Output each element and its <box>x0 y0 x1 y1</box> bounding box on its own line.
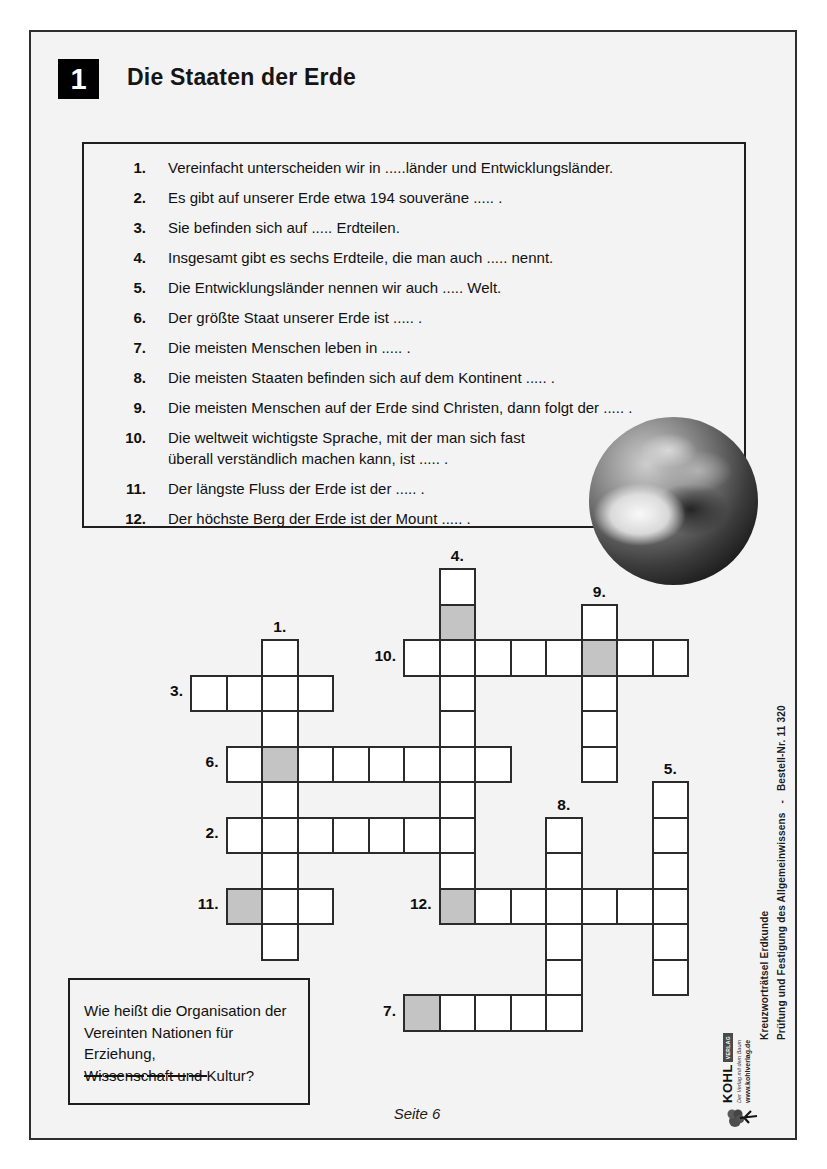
crossword-cell[interactable] <box>261 888 299 926</box>
crossword-cell-shaded[interactable] <box>261 746 299 784</box>
crossword-cell[interactable] <box>652 959 690 997</box>
answer-blank-line[interactable] <box>147 1075 165 1077</box>
crossword-cell[interactable] <box>261 710 299 748</box>
crossword-cell[interactable] <box>439 568 477 606</box>
crossword-cell[interactable] <box>403 639 441 677</box>
crossword-cell[interactable] <box>510 639 548 677</box>
crossword-cell[interactable] <box>190 675 228 713</box>
crossword-cell[interactable] <box>261 639 299 677</box>
bonus-question-box: Wie heißt die Organisation der Vereinten… <box>68 978 310 1105</box>
page-number: Seite 6 <box>353 1105 481 1122</box>
crossword-cell[interactable] <box>261 923 299 961</box>
earth-globe-image <box>589 417 758 585</box>
crossword-cell[interactable] <box>616 888 654 926</box>
crossword-cell[interactable] <box>261 781 299 819</box>
crossword-cell[interactable] <box>510 994 548 1032</box>
bonus-question-text: Wie heißt die Organisation der Vereinten… <box>84 1000 296 1086</box>
clue-item: 5.Die Entwicklungsländer nennen wir auch… <box>102 277 734 298</box>
chapter-number-badge: 1 <box>58 59 99 99</box>
crossword-clue-label: 1. <box>273 618 286 636</box>
crossword-cell[interactable] <box>297 675 335 713</box>
clue-item: 4.Insgesamt gibt es sechs Erdteile, die … <box>102 247 734 268</box>
clue-text: Der höchste Berg der Erde ist der Mount … <box>168 508 658 529</box>
crossword-cell[interactable] <box>581 888 619 926</box>
crossword-clue-label: 3. <box>170 682 183 700</box>
crossword-clue-label: 7. <box>383 1002 396 1020</box>
crossword-cell[interactable] <box>439 852 477 890</box>
crossword-cell[interactable] <box>261 817 299 855</box>
crossword-clue-label: 12. <box>410 895 432 913</box>
clue-item: 3.Sie befinden sich auf ..... Erdteilen. <box>102 217 734 238</box>
crossword-cell[interactable] <box>652 639 690 677</box>
crossword-cell-shaded[interactable] <box>226 888 264 926</box>
crossword-clue-label: 4. <box>451 547 464 565</box>
crossword-cell[interactable] <box>226 746 264 784</box>
crossword-cell[interactable] <box>616 639 654 677</box>
clue-text: Vereinfacht unterscheiden wir in .....lä… <box>168 157 658 178</box>
crossword-cell[interactable] <box>439 639 477 677</box>
answer-blanks <box>84 1075 210 1077</box>
crossword-cell[interactable] <box>545 994 583 1032</box>
clue-number: 6. <box>102 307 146 328</box>
crossword-cell[interactable] <box>297 746 335 784</box>
crossword-cell[interactable] <box>403 746 441 784</box>
logo-tagline: Der Verlag mit dem Baum <box>736 1033 742 1103</box>
crossword-cell[interactable] <box>652 781 690 819</box>
crossword-cell[interactable] <box>439 675 477 713</box>
crossword-cell[interactable] <box>581 604 619 642</box>
crossword-cell[interactable] <box>474 639 512 677</box>
crossword-cell[interactable] <box>545 888 583 926</box>
clue-text: Die meisten Staaten befinden sich auf de… <box>168 367 658 388</box>
crossword-cell[interactable] <box>297 888 335 926</box>
clue-text: Insgesamt gibt es sechs Erdteile, die ma… <box>168 247 658 268</box>
answer-blank-line[interactable] <box>126 1075 144 1077</box>
clue-item: 9.Die meisten Menschen auf der Erde sind… <box>102 397 734 418</box>
side-imprint-order: Prüfung und Festigung des Allgemeinwisse… <box>773 690 790 1040</box>
clue-text: Der größte Staat unserer Erde ist ..... … <box>168 307 658 328</box>
clue-text: Die weltweit wichtigste Sprache, mit der… <box>168 427 658 469</box>
clue-text: Die Entwicklungsländer nennen wir auch .… <box>168 277 658 298</box>
clue-item: 8.Die meisten Staaten befinden sich auf … <box>102 367 734 388</box>
clue-item: 2.Es gibt auf unserer Erde etwa 194 souv… <box>102 187 734 208</box>
crossword-clue-label: 6. <box>206 753 219 771</box>
clue-number: 3. <box>102 217 146 238</box>
crossword-cell[interactable] <box>581 746 619 784</box>
clue-number: 1. <box>102 157 146 178</box>
clue-item: 1.Vereinfacht unterscheiden wir in .....… <box>102 157 734 178</box>
logo-badge: VERLAG <box>723 1033 733 1062</box>
crossword-cell[interactable] <box>474 994 512 1032</box>
answer-blank-line[interactable] <box>105 1075 123 1077</box>
clue-number: 12. <box>102 508 146 529</box>
clue-text: Es gibt auf unserer Erde etwa 194 souver… <box>168 187 658 208</box>
crossword-cell[interactable] <box>439 746 477 784</box>
clue-number: 2. <box>102 187 146 208</box>
clue-item: 7.Die meisten Menschen leben in ..... . <box>102 337 734 358</box>
crossword-cell[interactable] <box>297 817 335 855</box>
answer-blank-line[interactable] <box>189 1075 207 1077</box>
tree-icon <box>726 1106 762 1128</box>
page-title: Die Staaten der Erde <box>127 64 356 91</box>
crossword-cell[interactable] <box>545 852 583 890</box>
crossword-cell[interactable] <box>332 817 370 855</box>
crossword-cell[interactable] <box>439 710 477 748</box>
clue-text: Der längste Fluss der Erde ist der .....… <box>168 478 658 499</box>
crossword-cell[interactable] <box>652 852 690 890</box>
side-imprint-series: Kreuzworträtsel Erdkunde <box>756 690 773 1040</box>
clue-text: Die meisten Menschen auf der Erde sind C… <box>168 397 658 418</box>
crossword-cell[interactable] <box>261 675 299 713</box>
clue-number: 4. <box>102 247 146 268</box>
crossword-cell[interactable] <box>581 675 619 713</box>
crossword-cell[interactable] <box>439 817 477 855</box>
crossword-clue-label: 10. <box>374 647 396 665</box>
crossword-clue-label: 5. <box>664 760 677 778</box>
crossword-cell[interactable] <box>652 923 690 961</box>
crossword-cell-shaded[interactable] <box>581 639 619 677</box>
crossword-cell[interactable] <box>652 817 690 855</box>
clue-number: 11. <box>102 478 146 499</box>
crossword-cell[interactable] <box>226 817 264 855</box>
crossword-grid: 4.9.1.10.3.6.5.8.2.11.12.7. <box>190 568 689 1032</box>
side-imprint: Kreuzworträtsel Erdkunde Prüfung und Fes… <box>756 690 790 1040</box>
crossword-cell-shaded[interactable] <box>439 604 477 642</box>
clue-text: Die meisten Menschen leben in ..... . <box>168 337 658 358</box>
crossword-cell[interactable] <box>545 817 583 855</box>
clue-number: 9. <box>102 397 146 418</box>
clue-number: 5. <box>102 277 146 298</box>
crossword-cell[interactable] <box>545 959 583 997</box>
crossword-cell[interactable] <box>545 639 583 677</box>
logo-name: KOHL <box>720 1064 735 1103</box>
crossword-cell-shaded[interactable] <box>439 888 477 926</box>
crossword-clue-label: 9. <box>593 583 606 601</box>
answer-blank-line[interactable] <box>168 1075 186 1077</box>
crossword-cell[interactable] <box>403 817 441 855</box>
clue-number: 8. <box>102 367 146 388</box>
crossword-cell-shaded[interactable] <box>403 994 441 1032</box>
clue-item: 6.Der größte Staat unserer Erde ist ....… <box>102 307 734 328</box>
crossword-clue-label: 8. <box>557 796 570 814</box>
crossword-cell[interactable] <box>332 746 370 784</box>
crossword-cell[interactable] <box>261 852 299 890</box>
crossword-cell[interactable] <box>474 888 512 926</box>
crossword-cell[interactable] <box>652 888 690 926</box>
publisher-logo: KOHL VERLAG Der Verlag mit dem Baum www.… <box>720 1056 778 1128</box>
crossword-cell[interactable] <box>368 817 406 855</box>
crossword-cell[interactable] <box>474 746 512 784</box>
clue-number: 7. <box>102 337 146 358</box>
crossword-cell[interactable] <box>545 923 583 961</box>
crossword-clue-label: 2. <box>206 824 219 842</box>
crossword-clue-label: 11. <box>198 895 219 913</box>
clue-text: Sie befinden sich auf ..... Erdteilen. <box>168 217 658 238</box>
logo-url: www.kohlverlag.de <box>744 1033 751 1103</box>
crossword-cell[interactable] <box>226 675 264 713</box>
crossword-cell[interactable] <box>368 746 406 784</box>
crossword-cell[interactable] <box>510 888 548 926</box>
crossword-cell[interactable] <box>581 710 619 748</box>
answer-blank-line[interactable] <box>84 1075 102 1077</box>
crossword-cell[interactable] <box>439 994 477 1032</box>
clue-number: 10. <box>102 427 146 469</box>
crossword-cell[interactable] <box>439 781 477 819</box>
